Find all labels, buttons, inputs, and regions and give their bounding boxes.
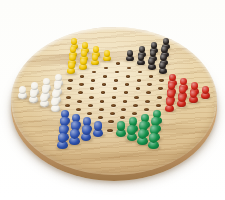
- hole[interactable]: [80, 75, 85, 78]
- hole[interactable]: [159, 79, 164, 82]
- hole[interactable]: [111, 104, 116, 107]
- hole[interactable]: [79, 83, 84, 86]
- peg-head: [138, 129, 147, 138]
- peg-head: [167, 90, 175, 98]
- peg-head: [191, 82, 198, 90]
- peg-head: [68, 62, 75, 69]
- peg-head: [82, 125, 91, 134]
- hole[interactable]: [89, 96, 94, 99]
- peg-white[interactable]: [40, 94, 50, 108]
- peg-yellow[interactable]: [67, 62, 75, 74]
- peg-green[interactable]: [116, 121, 127, 136]
- hole[interactable]: [123, 100, 128, 103]
- hole[interactable]: [103, 75, 108, 78]
- peg-head: [31, 82, 38, 90]
- peg-black[interactable]: [148, 58, 156, 70]
- peg-head: [161, 46, 167, 53]
- peg-head: [139, 46, 145, 53]
- peg-yellow[interactable]: [91, 54, 99, 66]
- peg-head: [149, 133, 158, 143]
- peg-white[interactable]: [18, 86, 27, 99]
- peg-white[interactable]: [51, 98, 61, 112]
- peg-head: [166, 98, 174, 106]
- wood-grain-streak: [11, 45, 217, 68]
- hole[interactable]: [76, 108, 81, 111]
- hole[interactable]: [156, 104, 161, 107]
- peg-head: [80, 58, 87, 65]
- peg-head: [202, 86, 210, 94]
- peg-head: [151, 42, 157, 49]
- peg-head: [178, 94, 186, 102]
- peg-head: [163, 38, 169, 44]
- hole[interactable]: [88, 104, 93, 107]
- hole[interactable]: [137, 79, 142, 82]
- hole[interactable]: [157, 96, 162, 99]
- peg-blue[interactable]: [93, 121, 104, 136]
- chinese-checkers-photo: Round wooden Chinese checkers board with…: [0, 0, 225, 200]
- peg-head: [70, 129, 79, 138]
- peg-head: [42, 86, 50, 94]
- hole[interactable]: [112, 96, 117, 99]
- peg-black[interactable]: [137, 54, 145, 66]
- hole[interactable]: [126, 75, 131, 78]
- hole[interactable]: [134, 96, 139, 99]
- hole[interactable]: [87, 112, 92, 115]
- peg-blue[interactable]: [69, 129, 80, 145]
- hole[interactable]: [110, 112, 115, 115]
- peg-head: [138, 54, 145, 61]
- hole[interactable]: [149, 75, 154, 78]
- peg-yellow[interactable]: [79, 58, 87, 70]
- peg-black[interactable]: [159, 62, 167, 74]
- peg-head: [71, 38, 77, 44]
- hole[interactable]: [77, 100, 82, 103]
- peg-head: [160, 54, 167, 61]
- peg-white[interactable]: [29, 90, 38, 104]
- peg-head: [127, 125, 136, 134]
- hole[interactable]: [100, 100, 105, 103]
- peg-green[interactable]: [137, 129, 148, 145]
- peg-blue[interactable]: [81, 125, 92, 140]
- peg-green[interactable]: [148, 133, 159, 149]
- peg-head: [82, 42, 88, 49]
- peg-head: [117, 121, 126, 130]
- peg-head: [30, 90, 38, 98]
- hole[interactable]: [66, 96, 71, 99]
- peg-red[interactable]: [201, 86, 210, 99]
- peg-head: [69, 54, 76, 61]
- hole[interactable]: [99, 108, 104, 111]
- peg-red[interactable]: [177, 94, 187, 108]
- hole[interactable]: [145, 100, 150, 103]
- peg-head: [179, 86, 187, 94]
- peg-head: [190, 90, 198, 98]
- peg-head: [104, 50, 110, 57]
- wood-grain-streak: [11, 119, 217, 135]
- peg-head: [19, 86, 27, 94]
- hole[interactable]: [107, 129, 112, 132]
- peg-yellow[interactable]: [103, 50, 111, 61]
- peg-green[interactable]: [127, 125, 138, 140]
- peg-head: [127, 50, 133, 57]
- peg-black[interactable]: [126, 50, 134, 61]
- peg-red[interactable]: [165, 98, 175, 112]
- peg-head: [94, 121, 103, 130]
- peg-blue[interactable]: [57, 133, 68, 149]
- hole[interactable]: [67, 87, 72, 90]
- peg-red[interactable]: [189, 90, 198, 104]
- peg-head: [93, 46, 99, 53]
- hole[interactable]: [65, 104, 70, 107]
- peg-head: [168, 82, 175, 90]
- peg-head: [58, 133, 67, 143]
- peg-head: [52, 90, 60, 98]
- peg-head: [150, 50, 156, 57]
- hole[interactable]: [68, 79, 73, 82]
- peg-head: [54, 82, 61, 90]
- hole[interactable]: [114, 79, 119, 82]
